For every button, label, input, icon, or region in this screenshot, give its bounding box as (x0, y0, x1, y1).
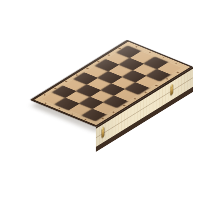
board-square-r2c0 (69, 103, 93, 115)
brass-clasp-left (102, 127, 104, 138)
board-square-r3c0 (82, 109, 106, 121)
board-square-r3c1 (93, 102, 117, 114)
product-photo-stage (0, 0, 200, 200)
brass-clasp-right (171, 85, 173, 96)
